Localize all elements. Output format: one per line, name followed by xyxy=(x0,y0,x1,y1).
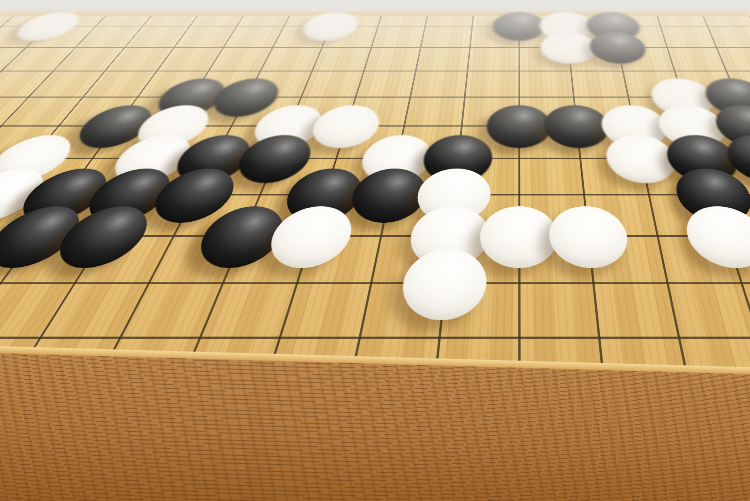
grid-line xyxy=(0,282,750,284)
black-stone xyxy=(485,105,552,148)
grid-line xyxy=(0,96,750,97)
board-front-face xyxy=(0,346,750,501)
grid-line xyxy=(0,336,750,338)
grid-line xyxy=(564,16,603,368)
white-stone xyxy=(297,12,362,41)
white-stone xyxy=(548,206,632,268)
board-surface xyxy=(0,16,750,368)
black-stone xyxy=(492,12,546,41)
white-stone xyxy=(680,206,750,268)
white-stone xyxy=(6,12,89,41)
white-stone xyxy=(397,249,488,320)
white-stone xyxy=(478,206,559,268)
grid-line xyxy=(610,16,686,368)
go-photo-scene xyxy=(0,0,750,501)
black-stone xyxy=(588,32,650,63)
grid-line xyxy=(518,16,520,368)
grid-line xyxy=(0,70,750,71)
